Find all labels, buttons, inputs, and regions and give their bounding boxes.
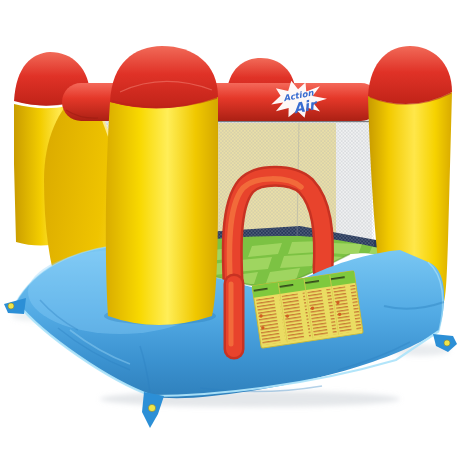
product-photo: Action Air: [0, 0, 458, 458]
grommet-left: [8, 303, 14, 309]
grommet-right: [444, 340, 450, 346]
bounce-house-illustration: Action Air: [0, 0, 458, 458]
grommet-bottom: [148, 404, 155, 411]
entrance-arch-left-leg: [231, 284, 234, 349]
pillar-front-left: [106, 46, 218, 325]
